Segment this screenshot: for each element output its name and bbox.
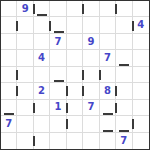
cell-r2c6[interactable] — [83, 17, 99, 33]
cell-r5c3[interactable] — [34, 67, 50, 83]
cell-r8c2[interactable] — [17, 116, 33, 132]
cell-r9c9[interactable] — [133, 133, 149, 149]
cell-r7c4[interactable]: 1 — [50, 100, 66, 116]
cell-r8c4[interactable] — [50, 116, 66, 132]
cell-r3c9[interactable] — [133, 34, 149, 50]
consecutive-marker-vertical — [82, 4, 84, 14]
consecutive-marker-vertical — [49, 21, 51, 31]
consecutive-marker-vertical — [66, 86, 68, 96]
consecutive-marker-vertical — [99, 70, 101, 80]
cell-r7c5[interactable] — [67, 100, 83, 116]
cell-r8c1[interactable]: 7 — [1, 116, 17, 132]
consecutive-marker-vertical — [82, 86, 84, 96]
cell-r5c2[interactable] — [17, 67, 33, 83]
cell-r2c9[interactable]: 4 — [133, 17, 149, 33]
cell-r7c3[interactable] — [34, 100, 50, 116]
cell-r5c1[interactable] — [1, 67, 17, 83]
cell-r5c8[interactable] — [116, 67, 132, 83]
cell-r5c7[interactable] — [100, 67, 116, 83]
cell-r9c4[interactable] — [50, 133, 66, 149]
consecutive-marker-vertical — [132, 119, 134, 129]
cell-r9c6[interactable] — [83, 133, 99, 149]
given-digit: 4 — [137, 20, 144, 30]
consecutive-marker-horizontal — [4, 113, 14, 115]
sudoku-grid: 947947281777 — [1, 1, 149, 149]
consecutive-marker-vertical — [16, 86, 18, 96]
cell-r6c7[interactable]: 8 — [100, 83, 116, 99]
consecutive-marker-vertical — [66, 119, 68, 129]
cell-r3c2[interactable] — [17, 34, 33, 50]
cell-r4c3[interactable]: 4 — [34, 50, 50, 66]
cell-r3c7[interactable] — [100, 34, 116, 50]
cell-r6c5[interactable] — [67, 83, 83, 99]
cell-r6c3[interactable]: 2 — [34, 83, 50, 99]
cell-r4c5[interactable] — [67, 50, 83, 66]
cell-r3c6[interactable]: 9 — [83, 34, 99, 50]
cell-r7c6[interactable]: 7 — [83, 100, 99, 116]
cell-r4c9[interactable] — [133, 50, 149, 66]
consecutive-marker-vertical — [16, 21, 18, 31]
cell-r1c7[interactable] — [100, 1, 116, 17]
given-digit: 8 — [104, 86, 111, 96]
given-digit: 9 — [22, 4, 29, 14]
cell-r4c7[interactable]: 7 — [100, 50, 116, 66]
cell-r3c1[interactable] — [1, 34, 17, 50]
cell-r2c2[interactable] — [17, 17, 33, 33]
cell-r6c2[interactable] — [17, 83, 33, 99]
given-digit: 2 — [38, 86, 45, 96]
consecutive-marker-vertical — [33, 136, 35, 146]
consecutive-marker-vertical — [16, 70, 18, 80]
cell-r2c3[interactable] — [34, 17, 50, 33]
cell-r1c4[interactable] — [50, 1, 66, 17]
cell-r7c8[interactable] — [116, 100, 132, 116]
consecutive-marker-vertical — [33, 4, 35, 14]
cell-r6c9[interactable] — [133, 83, 149, 99]
cell-r4c6[interactable] — [83, 50, 99, 66]
cell-r6c6[interactable] — [83, 83, 99, 99]
given-digit: 7 — [55, 37, 62, 47]
cell-r8c3[interactable] — [34, 116, 50, 132]
cell-r5c6[interactable] — [83, 67, 99, 83]
consecutive-marker-vertical — [82, 70, 84, 80]
cell-r1c2[interactable]: 9 — [17, 1, 33, 17]
cell-r9c5[interactable] — [67, 133, 83, 149]
cell-r6c4[interactable] — [50, 83, 66, 99]
given-digit: 1 — [55, 102, 62, 112]
cell-r5c9[interactable] — [133, 67, 149, 83]
cell-r1c6[interactable] — [83, 1, 99, 17]
cell-r9c1[interactable] — [1, 133, 17, 149]
given-digit: 7 — [104, 53, 111, 63]
cell-r6c8[interactable] — [116, 83, 132, 99]
cell-r3c4[interactable]: 7 — [50, 34, 66, 50]
cell-r9c2[interactable] — [17, 133, 33, 149]
consecutive-marker-horizontal — [119, 64, 129, 66]
cell-r9c8[interactable]: 7 — [116, 133, 132, 149]
cell-r4c4[interactable] — [50, 50, 66, 66]
consecutive-marker-horizontal — [37, 14, 47, 16]
cell-r7c2[interactable] — [17, 100, 33, 116]
consecutive-marker-vertical — [66, 103, 68, 113]
consecutive-marker-vertical — [115, 103, 117, 113]
given-digit: 4 — [38, 53, 45, 63]
sudoku-board: 947947281777 — [0, 0, 150, 150]
cell-r5c5[interactable] — [67, 67, 83, 83]
consecutive-marker-horizontal — [119, 130, 129, 132]
cell-r9c7[interactable] — [100, 133, 116, 149]
cell-r2c7[interactable] — [100, 17, 116, 33]
cell-r3c5[interactable] — [67, 34, 83, 50]
cell-r2c5[interactable] — [67, 17, 83, 33]
cell-r1c5[interactable] — [67, 1, 83, 17]
cell-r2c8[interactable] — [116, 17, 132, 33]
cell-r4c1[interactable] — [1, 50, 17, 66]
consecutive-marker-horizontal — [103, 113, 113, 115]
cell-r2c1[interactable] — [1, 17, 17, 33]
cell-r8c5[interactable] — [67, 116, 83, 132]
cell-r8c9[interactable] — [133, 116, 149, 132]
cell-r1c1[interactable] — [1, 1, 17, 17]
given-digit: 7 — [87, 102, 94, 112]
consecutive-marker-vertical — [115, 86, 117, 96]
cell-r4c2[interactable] — [17, 50, 33, 66]
consecutive-marker-vertical — [115, 4, 117, 14]
cell-r3c3[interactable] — [34, 34, 50, 50]
given-digit: 7 — [5, 119, 12, 129]
consecutive-marker-horizontal — [54, 80, 64, 82]
consecutive-marker-vertical — [33, 103, 35, 113]
cell-r6c1[interactable] — [1, 83, 17, 99]
given-digit: 9 — [87, 37, 94, 47]
cell-r1c9[interactable] — [133, 1, 149, 17]
cell-r9c3[interactable] — [34, 133, 50, 149]
consecutive-marker-vertical — [132, 21, 134, 31]
given-digit: 7 — [120, 136, 127, 146]
consecutive-marker-horizontal — [54, 31, 64, 33]
cell-r3c8[interactable] — [116, 34, 132, 50]
cell-r8c6[interactable] — [83, 116, 99, 132]
consecutive-marker-horizontal — [103, 130, 113, 132]
cell-r7c9[interactable] — [133, 100, 149, 116]
cell-r1c8[interactable] — [116, 1, 132, 17]
